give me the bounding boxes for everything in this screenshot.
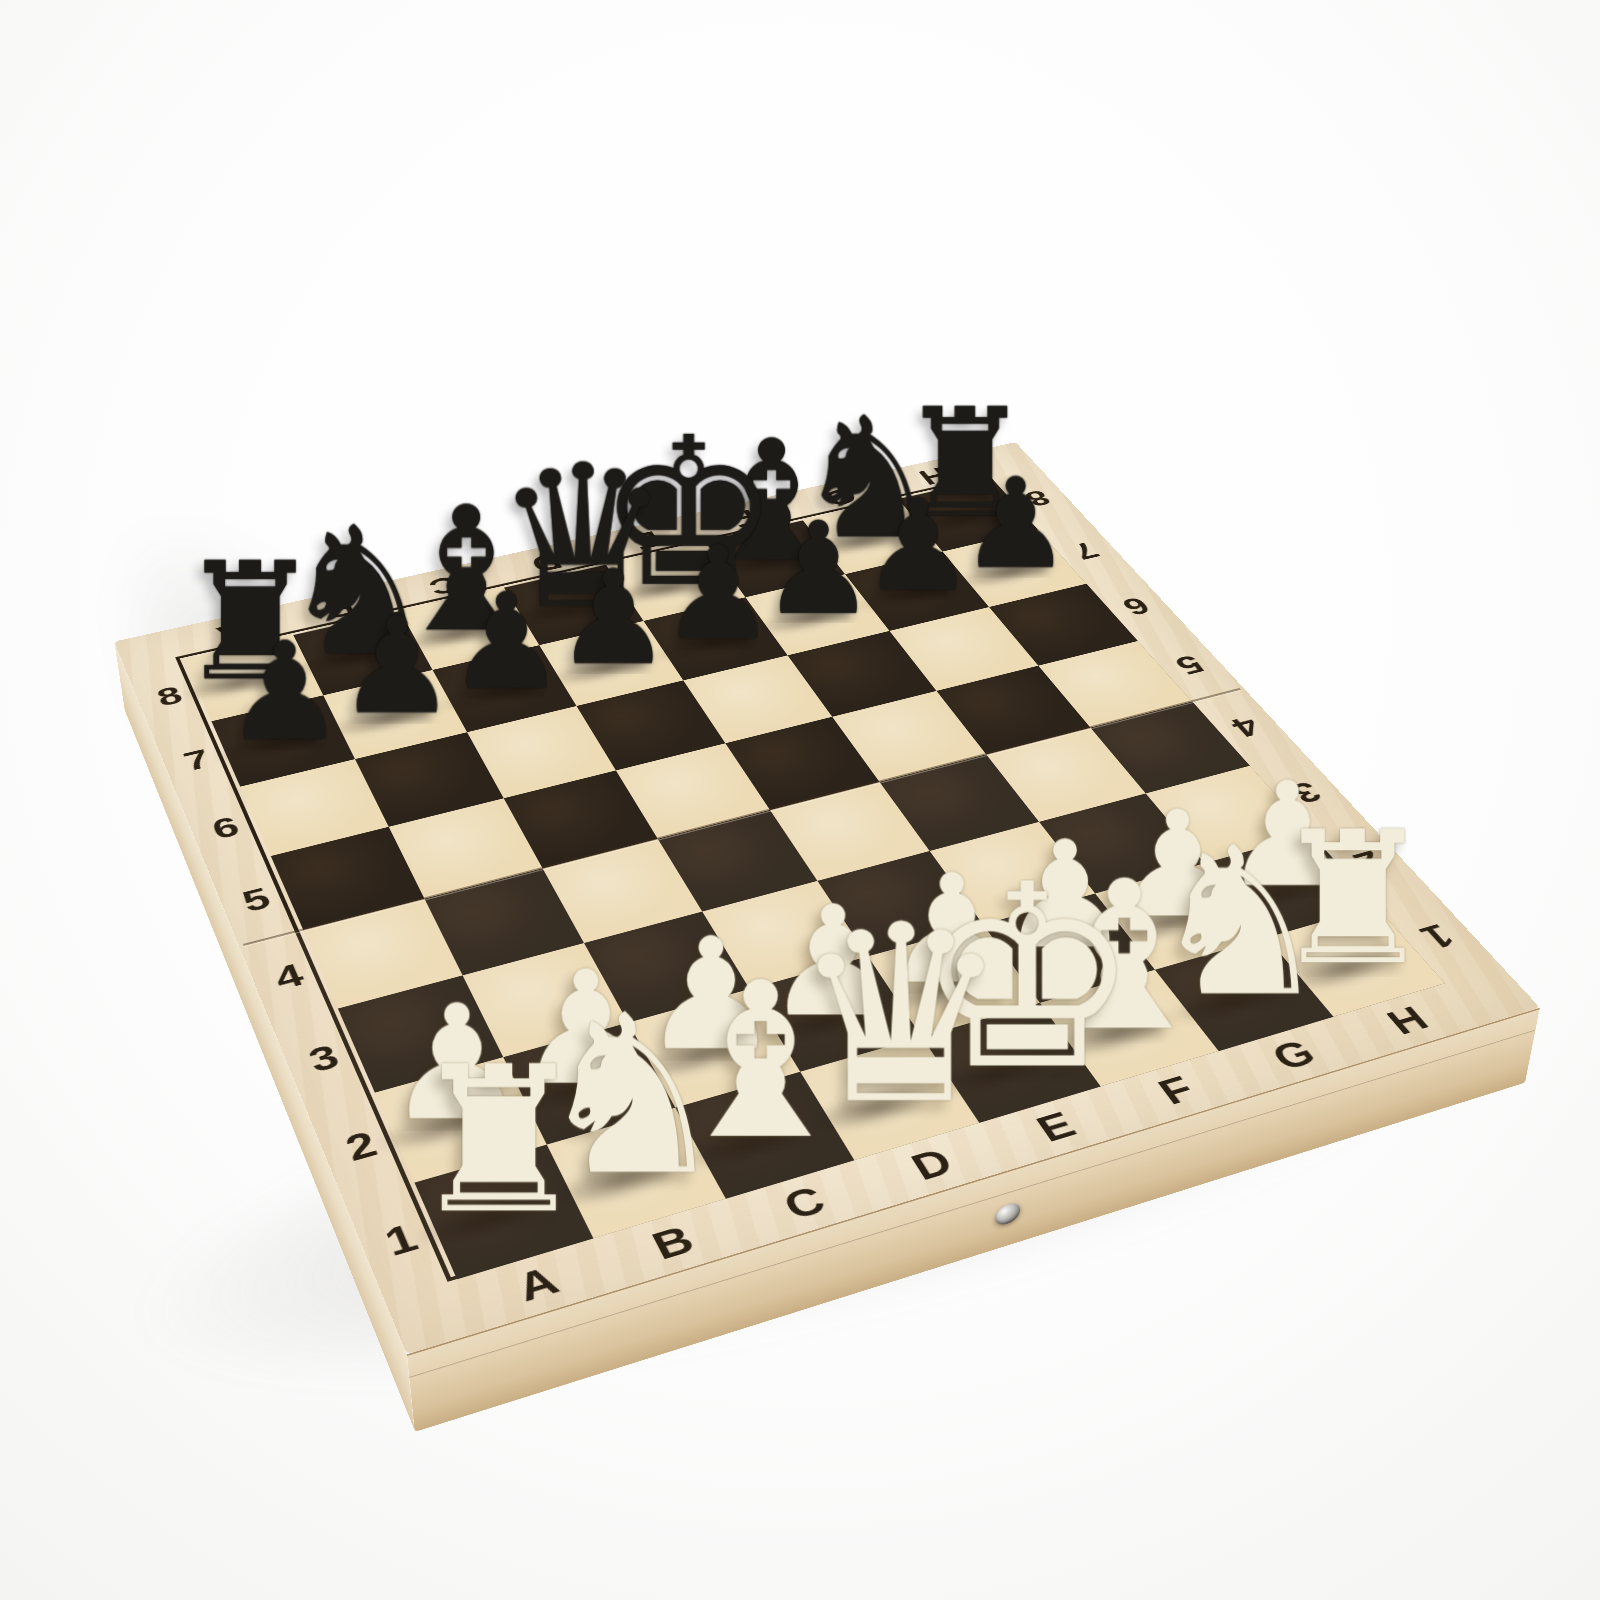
- file-label-b-near: B: [646, 1220, 700, 1266]
- rank-label-2-left: 2: [341, 1126, 382, 1167]
- rank-label-4-right: 4: [1225, 712, 1267, 741]
- photo-scene: AA88BB77CC66DD55EE44FF33GG22HH11♜♞♝♛♚♝♞♜…: [0, 0, 1600, 1600]
- clasp-icon: [995, 1200, 1021, 1227]
- file-label-c-near: C: [777, 1180, 832, 1225]
- file-label-f-near: F: [1151, 1070, 1202, 1110]
- rank-label-1-left: 1: [380, 1218, 423, 1262]
- rank-label-5-right: 5: [1169, 651, 1209, 678]
- chess-board: AA88BB77CC66DD55EE44FF33GG22HH11♜♞♝♛♚♝♞♜…: [114, 442, 1540, 1354]
- rank-label-5-left: 5: [238, 883, 274, 917]
- file-label-g-near: G: [1265, 1034, 1323, 1075]
- file-label-h-near: H: [1380, 1001, 1436, 1040]
- rank-label-6-right: 6: [1117, 593, 1156, 619]
- file-label-a-near: A: [511, 1260, 565, 1308]
- rank-label-7-left: 7: [180, 746, 214, 776]
- file-label-e-near: E: [1030, 1106, 1083, 1148]
- rank-label-6-left: 6: [208, 812, 243, 844]
- rank-label-8-left: 8: [153, 683, 186, 711]
- rank-label-3-left: 3: [304, 1040, 344, 1078]
- rank-label-4-left: 4: [270, 959, 308, 995]
- file-label-d-near: D: [905, 1142, 960, 1186]
